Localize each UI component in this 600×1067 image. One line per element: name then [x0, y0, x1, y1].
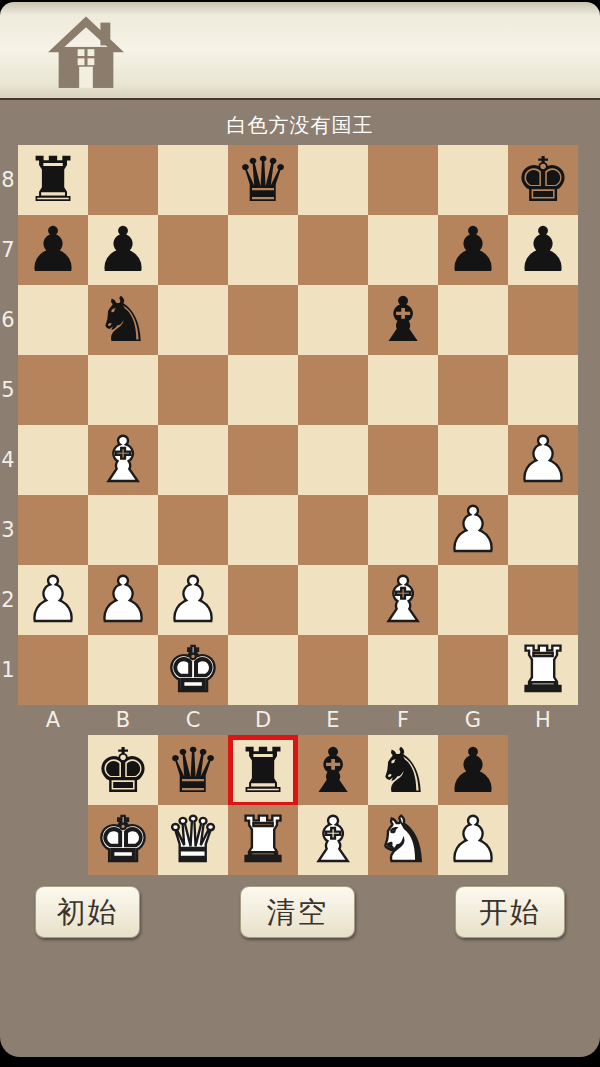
square-h1[interactable]: ♜ [508, 635, 578, 705]
chess-board: ♜♛♚♟♟♟♟♞♝♝♟♟♟♟♟♝♚♜ [18, 145, 578, 705]
square-e7[interactable] [298, 215, 368, 285]
square-h5[interactable] [508, 355, 578, 425]
square-b4[interactable]: ♝ [88, 425, 158, 495]
square-b1[interactable] [88, 635, 158, 705]
square-a1[interactable] [18, 635, 88, 705]
square-e8[interactable] [298, 145, 368, 215]
tray-black-bishop[interactable]: ♝ [298, 735, 368, 807]
white-bishop: ♝ [95, 429, 151, 491]
tray-black-pieces: ♚♛♜♝♞♟ [88, 735, 508, 805]
status-message: 白色方没有国王 [0, 110, 600, 140]
clear-button[interactable]: 清空 [240, 886, 355, 938]
square-g4[interactable] [438, 425, 508, 495]
tray-white-bishop[interactable]: ♝ [298, 805, 368, 875]
square-d2[interactable] [228, 565, 298, 635]
square-f1[interactable] [368, 635, 438, 705]
black-rook: ♜ [25, 149, 81, 211]
square-a2[interactable]: ♟ [18, 565, 88, 635]
square-h4[interactable]: ♟ [508, 425, 578, 495]
square-a7[interactable]: ♟ [18, 215, 88, 285]
square-c4[interactable] [158, 425, 228, 495]
tray-black-king[interactable]: ♚ [88, 735, 158, 807]
tray-black-knight[interactable]: ♞ [368, 735, 438, 807]
file-label-f: F [368, 706, 438, 735]
square-f7[interactable] [368, 215, 438, 285]
black-bishop: ♝ [375, 289, 431, 351]
square-h8[interactable]: ♚ [508, 145, 578, 215]
white-rook-icon: ♜ [235, 809, 291, 871]
tray-white-pieces: ♚♛♜♝♞♟ [88, 805, 508, 875]
white-king-icon: ♚ [95, 809, 151, 871]
home-icon [48, 16, 124, 90]
white-pawn: ♟ [25, 569, 81, 631]
square-a8[interactable]: ♜ [18, 145, 88, 215]
square-g6[interactable] [438, 285, 508, 355]
square-c1[interactable]: ♚ [158, 635, 228, 705]
square-a3[interactable] [18, 495, 88, 565]
white-queen-icon: ♛ [165, 809, 221, 871]
square-d4[interactable] [228, 425, 298, 495]
file-label-h: H [508, 706, 578, 735]
file-label-g: G [438, 706, 508, 735]
tray-black-rook[interactable]: ♜ [228, 735, 298, 807]
square-d8[interactable]: ♛ [228, 145, 298, 215]
square-h7[interactable]: ♟ [508, 215, 578, 285]
square-d6[interactable] [228, 285, 298, 355]
square-f3[interactable] [368, 495, 438, 565]
square-e4[interactable] [298, 425, 368, 495]
rank-label-4: 4 [0, 425, 16, 495]
square-g2[interactable] [438, 565, 508, 635]
rank-label-8: 8 [0, 145, 16, 215]
square-c5[interactable] [158, 355, 228, 425]
square-b8[interactable] [88, 145, 158, 215]
square-c3[interactable] [158, 495, 228, 565]
square-a5[interactable] [18, 355, 88, 425]
rank-label-3: 3 [0, 495, 16, 565]
file-label-c: C [158, 706, 228, 735]
square-e6[interactable] [298, 285, 368, 355]
square-f2[interactable]: ♝ [368, 565, 438, 635]
tray-black-queen[interactable]: ♛ [158, 735, 228, 807]
rank-label-5: 5 [0, 355, 16, 425]
square-d1[interactable] [228, 635, 298, 705]
square-d5[interactable] [228, 355, 298, 425]
square-e2[interactable] [298, 565, 368, 635]
square-d7[interactable] [228, 215, 298, 285]
square-a4[interactable] [18, 425, 88, 495]
square-c8[interactable] [158, 145, 228, 215]
black-rook-icon: ♜ [235, 740, 291, 802]
square-b7[interactable]: ♟ [88, 215, 158, 285]
square-b5[interactable] [88, 355, 158, 425]
black-pawn: ♟ [445, 219, 501, 281]
tray-white-pawn[interactable]: ♟ [438, 805, 508, 875]
tray-white-queen[interactable]: ♛ [158, 805, 228, 875]
square-e5[interactable] [298, 355, 368, 425]
square-e1[interactable] [298, 635, 368, 705]
file-label-e: E [298, 706, 368, 735]
square-b3[interactable] [88, 495, 158, 565]
file-label-d: D [228, 706, 298, 735]
black-pawn: ♟ [25, 219, 81, 281]
black-knight: ♞ [95, 289, 151, 351]
square-h2[interactable] [508, 565, 578, 635]
start-button[interactable]: 开始 [455, 886, 565, 938]
black-king-icon: ♚ [95, 740, 151, 802]
square-g5[interactable] [438, 355, 508, 425]
square-b2[interactable]: ♟ [88, 565, 158, 635]
white-pawn-icon: ♟ [445, 809, 501, 871]
square-g7[interactable]: ♟ [438, 215, 508, 285]
file-labels: ABCDEFGH [18, 706, 578, 735]
square-a6[interactable] [18, 285, 88, 355]
white-bishop: ♝ [375, 569, 431, 631]
white-pawn: ♟ [445, 499, 501, 561]
square-f5[interactable] [368, 355, 438, 425]
square-f6[interactable]: ♝ [368, 285, 438, 355]
reset-button[interactable]: 初始 [35, 886, 140, 938]
black-bishop-icon: ♝ [305, 740, 361, 802]
white-bishop-icon: ♝ [305, 809, 361, 871]
white-pawn: ♟ [515, 429, 571, 491]
black-king: ♚ [515, 149, 571, 211]
white-king: ♚ [165, 639, 221, 701]
file-label-a: A [18, 706, 88, 735]
black-pawn: ♟ [95, 219, 151, 281]
rank-label-6: 6 [0, 285, 16, 355]
white-knight-icon: ♞ [375, 809, 431, 871]
tray-black-pawn[interactable]: ♟ [438, 735, 508, 807]
white-pawn: ♟ [165, 569, 221, 631]
black-pawn: ♟ [515, 219, 571, 281]
square-g8[interactable] [438, 145, 508, 215]
white-rook: ♜ [515, 639, 571, 701]
rank-label-2: 2 [0, 565, 16, 635]
square-f8[interactable] [368, 145, 438, 215]
black-pawn-icon: ♟ [445, 740, 501, 802]
tray-white-king[interactable]: ♚ [88, 805, 158, 875]
square-f4[interactable] [368, 425, 438, 495]
square-h3[interactable] [508, 495, 578, 565]
header-bar [0, 2, 600, 100]
square-g1[interactable] [438, 635, 508, 705]
square-g3[interactable]: ♟ [438, 495, 508, 565]
square-e3[interactable] [298, 495, 368, 565]
square-c7[interactable] [158, 215, 228, 285]
setup-panel: 白色方没有国王 ♜♛♚♟♟♟♟♞♝♝♟♟♟♟♟♝♚♜ 87654321 ABCD… [0, 100, 600, 1057]
square-b6[interactable]: ♞ [88, 285, 158, 355]
white-pawn: ♟ [95, 569, 151, 631]
rank-label-1: 1 [0, 635, 16, 705]
square-d3[interactable] [228, 495, 298, 565]
tray-white-knight[interactable]: ♞ [368, 805, 438, 875]
black-knight-icon: ♞ [375, 740, 431, 802]
file-label-b: B [88, 706, 158, 735]
black-queen: ♛ [235, 149, 291, 211]
home-button[interactable] [48, 16, 124, 90]
square-c2[interactable]: ♟ [158, 565, 228, 635]
tray-white-rook[interactable]: ♜ [228, 805, 298, 875]
square-h6[interactable] [508, 285, 578, 355]
square-c6[interactable] [158, 285, 228, 355]
rank-label-7: 7 [0, 215, 16, 285]
black-queen-icon: ♛ [165, 740, 221, 802]
